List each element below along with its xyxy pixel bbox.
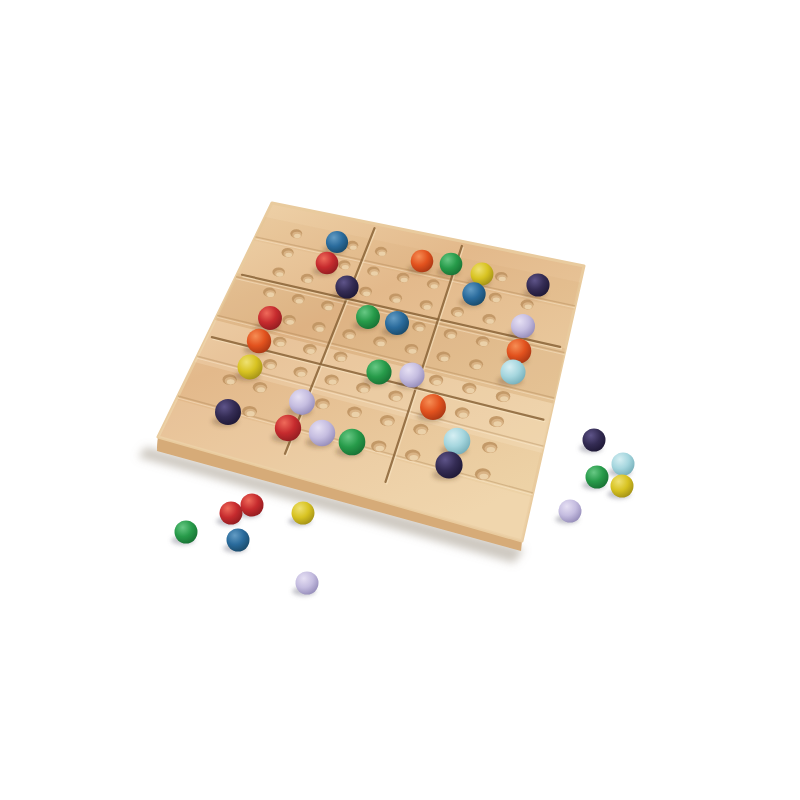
dimple-highlight — [376, 446, 384, 451]
ball-lavender — [511, 314, 535, 338]
ball-green — [339, 429, 366, 456]
ball-yellow-loose-4[interactable] — [607, 475, 633, 499]
ball-red — [275, 415, 301, 441]
ball-navy — [526, 273, 549, 296]
dimple-highlight — [363, 292, 370, 297]
dimple-highlight — [277, 342, 284, 347]
dimple-highlight — [499, 277, 506, 281]
ball-lavender — [296, 572, 319, 595]
ball-red-loose-7[interactable] — [216, 502, 242, 526]
dimple-highlight — [393, 298, 400, 303]
dimple-highlight — [393, 396, 401, 401]
dimple-highlight — [298, 372, 306, 377]
dimple-highlight — [350, 246, 357, 250]
dimple-highlight — [480, 474, 489, 480]
dimple-highlight — [329, 380, 337, 385]
dimple-highlight — [459, 413, 467, 418]
dimple-highlight — [473, 364, 481, 369]
ball-yellow — [292, 502, 315, 525]
ball-orange — [507, 339, 532, 364]
dimple-highlight — [487, 447, 495, 452]
ball-yellow — [611, 475, 634, 498]
sudoku-board-photo — [0, 0, 800, 800]
dimple-highlight — [424, 305, 431, 310]
dimple-highlight — [441, 357, 449, 362]
ball-cyan-loose-2[interactable] — [608, 453, 634, 477]
dimple-highlight — [384, 420, 392, 425]
ball-yellow — [471, 263, 494, 286]
dimple-highlight — [346, 334, 353, 339]
dimple-highlight — [287, 320, 294, 325]
dimple-highlight — [352, 412, 360, 417]
dimple-highlight — [285, 253, 292, 257]
ball-green-loose-9[interactable] — [171, 521, 197, 545]
dimple-highlight — [525, 304, 532, 309]
ball-lavender-loose-5[interactable] — [555, 500, 581, 524]
dimple-highlight — [294, 234, 301, 238]
dimple-highlight — [410, 455, 419, 460]
dimple-highlight — [418, 429, 426, 434]
dimple-highlight — [416, 327, 423, 332]
dimple-highlight — [267, 292, 274, 297]
dimple-highlight — [377, 341, 384, 346]
ball-cyan — [500, 359, 525, 384]
dimple-highlight — [401, 278, 408, 282]
dimple-highlight — [431, 284, 438, 289]
dimple-highlight — [319, 403, 327, 408]
dimple-highlight — [296, 299, 303, 304]
ball-green-loose-3[interactable] — [582, 466, 608, 490]
ball-navy — [583, 429, 606, 452]
dimple-highlight — [486, 319, 493, 324]
dimple-highlight — [257, 387, 265, 392]
dimple-highlight — [493, 298, 500, 303]
ball-yellow — [238, 355, 263, 380]
ball-lavender — [559, 500, 582, 523]
ball-blue-loose-10[interactable] — [223, 529, 249, 553]
dimple-highlight — [360, 388, 368, 393]
dimple-highlight — [342, 265, 349, 269]
ball-lavender-loose-11[interactable] — [292, 572, 318, 596]
dimple-highlight — [379, 252, 386, 256]
dimple-highlight — [276, 272, 283, 276]
ball-blue — [462, 282, 485, 305]
ball-green — [366, 359, 391, 384]
dimple-highlight — [409, 349, 417, 354]
ball-navy — [335, 275, 358, 298]
dimple-highlight — [494, 421, 502, 426]
ball-cyan — [612, 453, 635, 476]
dimple-highlight — [480, 341, 487, 346]
dimple-highlight — [325, 306, 332, 311]
ball-red — [316, 252, 339, 275]
ball-green — [175, 521, 198, 544]
ball-lavender — [399, 362, 424, 387]
dimple-highlight — [307, 349, 315, 354]
ball-red — [258, 306, 282, 330]
ball-orange — [411, 250, 434, 273]
ball-red — [241, 494, 264, 517]
ball-yellow-loose-8[interactable] — [288, 502, 314, 526]
ball-navy — [215, 399, 241, 425]
dimple-highlight — [247, 411, 255, 416]
ball-green — [356, 305, 380, 329]
ball-cyan — [444, 428, 471, 455]
ball-orange — [247, 329, 271, 353]
dimple-highlight — [316, 327, 323, 332]
ball-orange — [420, 394, 446, 420]
ball-red — [220, 502, 243, 525]
dimple-highlight — [455, 312, 462, 317]
ball-green — [440, 253, 463, 276]
ball-blue — [326, 231, 348, 253]
ball-blue — [385, 311, 409, 335]
ball-blue — [227, 529, 250, 552]
dimple-highlight — [267, 364, 275, 369]
dimple-highlight — [305, 279, 312, 283]
dimple-highlight — [338, 357, 346, 362]
ball-green — [586, 466, 609, 489]
dimple-highlight — [448, 334, 455, 339]
dimple-highlight — [371, 271, 378, 275]
ball-navy — [435, 451, 462, 478]
ball-lavender — [289, 389, 315, 415]
dimple-highlight — [433, 380, 441, 385]
dimple-highlight — [466, 388, 474, 393]
photo-scene — [0, 0, 800, 800]
dimple-highlight — [500, 396, 508, 401]
dimple-highlight — [227, 379, 235, 384]
ball-lavender — [309, 420, 335, 446]
ball-navy-loose-1[interactable] — [579, 429, 605, 453]
